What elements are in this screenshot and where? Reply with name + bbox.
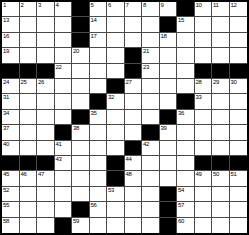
clue-number-46: 46 (21, 171, 27, 178)
clue-number-55: 55 (3, 202, 9, 209)
cell-r12c9[interactable] (142, 171, 160, 186)
cell-r12c4[interactable] (55, 171, 73, 186)
cell-r9c3[interactable] (37, 125, 55, 140)
cell-r1c3[interactable]: 3 (37, 2, 55, 17)
clue-number-39: 39 (161, 125, 167, 132)
cell-r4c3[interactable] (37, 48, 55, 63)
cell-r2c6[interactable]: 14 (90, 17, 108, 32)
cell-r15c11[interactable]: 60 (177, 218, 195, 233)
cell-r1c2[interactable]: 2 (20, 2, 38, 17)
cell-r12c2[interactable]: 46 (20, 171, 38, 186)
clue-number-22: 22 (56, 64, 62, 71)
black-cell-r2c10 (160, 17, 178, 32)
cell-r7c4[interactable] (55, 94, 73, 109)
cell-r4c14[interactable] (230, 48, 248, 63)
cell-r3c2[interactable] (20, 33, 38, 48)
cell-r13c9[interactable] (142, 187, 160, 202)
cell-r7c1[interactable]: 31 (2, 94, 20, 109)
cell-r6c12[interactable]: 28 (195, 79, 213, 94)
black-cell-r14c10 (160, 202, 178, 217)
cell-r9c11[interactable] (177, 125, 195, 140)
crossword-page: 1234567891011121314151617181920212223242… (0, 0, 249, 235)
cell-r2c14[interactable] (230, 17, 248, 32)
clue-number-36: 36 (178, 110, 184, 117)
cell-r11c5[interactable] (72, 156, 90, 171)
clue-number-43: 43 (56, 156, 62, 163)
clue-number-57: 57 (178, 202, 184, 209)
black-cell-r15c10 (160, 218, 178, 233)
cell-r7c12[interactable]: 33 (195, 94, 213, 109)
black-cell-r9c9 (142, 125, 160, 140)
cell-r8c14[interactable] (230, 110, 248, 125)
black-cell-r5c8 (125, 64, 143, 79)
cell-r1c12[interactable]: 10 (195, 2, 213, 17)
clue-number-9: 9 (161, 2, 164, 9)
clue-number-37: 37 (3, 125, 9, 132)
cell-r7c5[interactable] (72, 94, 90, 109)
clue-number-44: 44 (126, 156, 132, 163)
cell-r11c11[interactable] (177, 156, 195, 171)
clue-number-2: 2 (21, 2, 24, 9)
cell-r1c10[interactable]: 9 (160, 2, 178, 17)
black-cell-r14c5 (72, 202, 90, 217)
cell-r13c3[interactable] (37, 187, 55, 202)
cell-r4c12[interactable] (195, 48, 213, 63)
clue-number-25: 25 (21, 79, 27, 86)
cell-r10c7[interactable] (107, 141, 125, 156)
cell-r6c14[interactable]: 30 (230, 79, 248, 94)
cell-r1c7[interactable]: 6 (107, 2, 125, 17)
clue-number-38: 38 (73, 125, 79, 132)
black-cell-r5c3 (37, 64, 55, 79)
cell-r12c10[interactable] (160, 171, 178, 186)
clue-number-6: 6 (108, 2, 111, 9)
cell-r1c9[interactable]: 8 (142, 2, 160, 17)
clue-number-33: 33 (196, 94, 202, 101)
clue-number-16: 16 (3, 33, 9, 40)
clue-number-20: 20 (73, 48, 79, 55)
cell-r13c8[interactable] (125, 187, 143, 202)
clue-number-29: 29 (213, 79, 219, 86)
cell-r7c7[interactable]: 32 (107, 94, 125, 109)
clue-number-40: 40 (3, 141, 9, 148)
black-cell-r4c8 (125, 48, 143, 63)
black-cell-r11c3 (37, 156, 55, 171)
clue-number-17: 17 (91, 33, 97, 40)
clue-number-5: 5 (91, 2, 94, 9)
cell-r8c2[interactable] (20, 110, 38, 125)
black-cell-r5c2 (20, 64, 38, 79)
cell-r6c2[interactable]: 25 (20, 79, 38, 94)
cell-r1c14[interactable]: 12 (230, 2, 248, 17)
cell-r8c12[interactable] (195, 110, 213, 125)
cell-r11c9[interactable] (142, 156, 160, 171)
cell-r5c9[interactable]: 23 (142, 64, 160, 79)
cell-r10c2[interactable] (20, 141, 38, 156)
cell-r7c14[interactable] (230, 94, 248, 109)
cell-r4c4[interactable] (55, 48, 73, 63)
cell-r7c10[interactable] (160, 94, 178, 109)
cell-r4c2[interactable] (20, 48, 38, 63)
cell-r7c8[interactable] (125, 94, 143, 109)
black-cell-r12c7 (107, 171, 125, 186)
clue-number-52: 52 (3, 187, 9, 194)
cell-r13c7[interactable]: 53 (107, 187, 125, 202)
cell-r3c8[interactable] (125, 33, 143, 48)
cell-r5c4[interactable]: 22 (55, 64, 73, 79)
cell-r14c1[interactable]: 55 (2, 202, 20, 217)
cell-r9c1[interactable]: 37 (2, 125, 20, 140)
black-cell-r1c11 (177, 2, 195, 17)
black-cell-r5c14 (230, 64, 248, 79)
cell-r14c2[interactable] (20, 202, 38, 217)
cell-r7c3[interactable] (37, 94, 55, 109)
cell-r13c4[interactable] (55, 187, 73, 202)
cell-r4c1[interactable]: 19 (2, 48, 20, 63)
cell-r12c13[interactable]: 50 (212, 171, 230, 186)
cell-r3c1[interactable]: 16 (2, 33, 20, 48)
cell-r8c13[interactable] (212, 110, 230, 125)
black-cell-r2c5 (72, 17, 90, 32)
cell-r14c6[interactable]: 56 (90, 202, 108, 217)
clue-number-30: 30 (231, 79, 237, 86)
black-cell-r6c7 (107, 79, 125, 94)
cell-r14c8[interactable] (125, 202, 143, 217)
clue-number-58: 58 (3, 218, 9, 225)
clue-number-11: 11 (213, 2, 219, 9)
clue-number-45: 45 (3, 171, 9, 178)
cell-r13c11[interactable]: 54 (177, 187, 195, 202)
cell-r11c10[interactable] (160, 156, 178, 171)
clue-number-12: 12 (231, 2, 237, 9)
black-cell-r7c11 (177, 94, 195, 109)
black-cell-r11c7 (107, 156, 125, 171)
cell-r6c4[interactable] (55, 79, 73, 94)
clue-number-19: 19 (3, 48, 9, 55)
cell-r5c10[interactable] (160, 64, 178, 79)
cell-r15c2[interactable] (20, 218, 38, 233)
cell-r10c13[interactable] (212, 141, 230, 156)
cell-r10c1[interactable]: 40 (2, 141, 20, 156)
black-cell-r5c1 (2, 64, 20, 79)
cell-r6c9[interactable] (142, 79, 160, 94)
cell-r10c5[interactable] (72, 141, 90, 156)
cell-r15c5[interactable]: 59 (72, 218, 90, 233)
cell-r14c11[interactable]: 57 (177, 202, 195, 217)
cell-r15c6[interactable] (90, 218, 108, 233)
black-cell-r7c6 (90, 94, 108, 109)
cell-r2c13[interactable] (212, 17, 230, 32)
cell-r6c11[interactable] (177, 79, 195, 94)
cell-r15c12[interactable] (195, 218, 213, 233)
black-cell-r5c12 (195, 64, 213, 79)
clue-number-26: 26 (38, 79, 44, 86)
cell-r10c10[interactable] (160, 141, 178, 156)
cell-r10c6[interactable] (90, 141, 108, 156)
cell-r7c13[interactable] (212, 94, 230, 109)
clue-number-24: 24 (3, 79, 9, 86)
clue-number-13: 13 (3, 17, 9, 24)
black-cell-r5c13 (212, 64, 230, 79)
cell-r11c4[interactable]: 43 (55, 156, 73, 171)
cell-r6c13[interactable]: 29 (212, 79, 230, 94)
cell-r8c1[interactable]: 34 (2, 110, 20, 125)
black-cell-r11c12 (195, 156, 213, 171)
clue-number-54: 54 (178, 187, 184, 194)
black-cell-r8c10 (160, 110, 178, 125)
black-cell-r11c14 (230, 156, 248, 171)
clue-number-15: 15 (178, 17, 184, 24)
clue-number-56: 56 (91, 202, 97, 209)
cell-r4c5[interactable]: 20 (72, 48, 90, 63)
cell-r12c11[interactable] (177, 171, 195, 186)
cell-r12c1[interactable]: 45 (2, 171, 20, 186)
cell-r9c8[interactable] (125, 125, 143, 140)
cell-r3c11[interactable] (177, 33, 195, 48)
cell-r12c5[interactable] (72, 171, 90, 186)
cell-r11c8[interactable]: 44 (125, 156, 143, 171)
cell-r15c13[interactable] (212, 218, 230, 233)
cell-r6c5[interactable] (72, 79, 90, 94)
cell-r3c6[interactable]: 17 (90, 33, 108, 48)
cell-r8c8[interactable] (125, 110, 143, 125)
cell-r1c4[interactable]: 4 (55, 2, 73, 17)
cell-r8c11[interactable]: 36 (177, 110, 195, 125)
cell-r12c3[interactable]: 47 (37, 171, 55, 186)
cell-r4c11[interactable] (177, 48, 195, 63)
cell-r13c1[interactable]: 52 (2, 187, 20, 202)
black-cell-r11c2 (20, 156, 38, 171)
cell-r14c3[interactable] (37, 202, 55, 217)
cell-r15c7[interactable] (107, 218, 125, 233)
cell-r2c9[interactable] (142, 17, 160, 32)
cell-r13c13[interactable] (212, 187, 230, 202)
clue-number-47: 47 (38, 171, 44, 178)
cell-r11c6[interactable] (90, 156, 108, 171)
cell-r2c2[interactable] (20, 17, 38, 32)
cell-r4c13[interactable] (212, 48, 230, 63)
cell-r15c14[interactable] (230, 218, 248, 233)
clue-number-8: 8 (143, 2, 146, 9)
cell-r2c1[interactable]: 13 (2, 17, 20, 32)
cell-r2c8[interactable] (125, 17, 143, 32)
cell-r8c6[interactable]: 35 (90, 110, 108, 125)
cell-r7c2[interactable] (20, 94, 38, 109)
clue-number-3: 3 (38, 2, 41, 9)
black-cell-r13c10 (160, 187, 178, 202)
black-cell-r1c5 (72, 2, 90, 17)
cell-r14c9[interactable] (142, 202, 160, 217)
cell-r15c1[interactable]: 58 (2, 218, 20, 233)
cell-r1c6[interactable]: 5 (90, 2, 108, 17)
clue-number-51: 51 (231, 171, 237, 178)
cell-r12c6[interactable] (90, 171, 108, 186)
cell-r8c4[interactable] (55, 110, 73, 125)
cell-r6c6[interactable] (90, 79, 108, 94)
clue-number-41: 41 (56, 141, 62, 148)
cell-r12c12[interactable]: 49 (195, 171, 213, 186)
cell-r12c8[interactable]: 48 (125, 171, 143, 186)
clue-number-48: 48 (126, 171, 132, 178)
cell-r4c6[interactable] (90, 48, 108, 63)
cell-r9c10[interactable]: 39 (160, 125, 178, 140)
clue-number-42: 42 (143, 141, 149, 148)
clue-number-4: 4 (56, 2, 59, 9)
cell-r13c6[interactable] (90, 187, 108, 202)
cell-r5c5[interactable] (72, 64, 90, 79)
cell-r9c2[interactable] (20, 125, 38, 140)
clue-number-59: 59 (73, 218, 79, 225)
cell-r15c9[interactable] (142, 218, 160, 233)
cell-r9c14[interactable] (230, 125, 248, 140)
cell-r15c8[interactable] (125, 218, 143, 233)
black-cell-r11c1 (2, 156, 20, 171)
cell-r9c7[interactable] (107, 125, 125, 140)
cell-r6c10[interactable] (160, 79, 178, 94)
clue-number-14: 14 (91, 17, 97, 24)
cell-r10c3[interactable] (37, 141, 55, 156)
cell-r15c3[interactable] (37, 218, 55, 233)
clue-number-32: 32 (108, 94, 114, 101)
cell-r2c3[interactable] (37, 17, 55, 32)
cell-r13c14[interactable] (230, 187, 248, 202)
clue-number-50: 50 (213, 171, 219, 178)
clue-number-49: 49 (196, 171, 202, 178)
cell-r5c6[interactable] (90, 64, 108, 79)
cell-r2c12[interactable] (195, 17, 213, 32)
cell-r14c13[interactable] (212, 202, 230, 217)
cell-r12c14[interactable]: 51 (230, 171, 248, 186)
cell-r1c1[interactable]: 1 (2, 2, 20, 17)
cell-r14c14[interactable] (230, 202, 248, 217)
clue-number-27: 27 (126, 79, 132, 86)
clue-number-18: 18 (161, 33, 167, 40)
cell-r10c4[interactable]: 41 (55, 141, 73, 156)
clue-number-53: 53 (108, 187, 114, 194)
cell-r4c9[interactable]: 21 (142, 48, 160, 63)
black-cell-r11c13 (212, 156, 230, 171)
cell-r5c11[interactable] (177, 64, 195, 79)
cell-r8c7[interactable] (107, 110, 125, 125)
cell-r2c4[interactable] (55, 17, 73, 32)
black-cell-r15c4 (55, 218, 73, 233)
cell-r9c5[interactable]: 38 (72, 125, 90, 140)
cell-r4c10[interactable] (160, 48, 178, 63)
cell-r3c9[interactable] (142, 33, 160, 48)
cell-r10c11[interactable] (177, 141, 195, 156)
cell-r3c12[interactable] (195, 33, 213, 48)
cell-r13c12[interactable] (195, 187, 213, 202)
cell-r6c1[interactable]: 24 (2, 79, 20, 94)
clue-number-35: 35 (91, 110, 97, 117)
black-cell-r8c5 (72, 110, 90, 125)
black-cell-r10c8 (125, 141, 143, 156)
cell-r10c14[interactable] (230, 141, 248, 156)
cell-r14c7[interactable] (107, 202, 125, 217)
cell-r3c3[interactable] (37, 33, 55, 48)
crossword-grid: 1234567891011121314151617181920212223242… (0, 0, 249, 235)
cell-r3c4[interactable] (55, 33, 73, 48)
cell-r9c12[interactable] (195, 125, 213, 140)
cell-r3c14[interactable] (230, 33, 248, 48)
cell-r6c3[interactable]: 26 (37, 79, 55, 94)
cell-r3c7[interactable] (107, 33, 125, 48)
clue-number-60: 60 (178, 218, 184, 225)
cell-r9c6[interactable] (90, 125, 108, 140)
clue-number-10: 10 (196, 2, 202, 9)
cell-r10c9[interactable]: 42 (142, 141, 160, 156)
cell-r3c10[interactable]: 18 (160, 33, 178, 48)
clue-number-21: 21 (143, 48, 149, 55)
cell-r7c9[interactable] (142, 94, 160, 109)
cell-r4c7[interactable] (107, 48, 125, 63)
cell-r13c5[interactable] (72, 187, 90, 202)
clue-number-34: 34 (3, 110, 9, 117)
cell-r5c7[interactable] (107, 64, 125, 79)
clue-number-31: 31 (3, 94, 9, 101)
cell-r14c4[interactable] (55, 202, 73, 217)
black-cell-r3c5 (72, 33, 90, 48)
cell-r14c12[interactable] (195, 202, 213, 217)
cell-r1c8[interactable]: 7 (125, 2, 143, 17)
cell-r8c9[interactable] (142, 110, 160, 125)
clue-number-1: 1 (3, 2, 6, 9)
cell-r13c2[interactable] (20, 187, 38, 202)
cell-r8c3[interactable] (37, 110, 55, 125)
cell-r6c8[interactable]: 27 (125, 79, 143, 94)
clue-number-23: 23 (143, 64, 149, 71)
clue-number-7: 7 (126, 2, 129, 9)
black-cell-r9c4 (55, 125, 73, 140)
cell-r2c7[interactable] (107, 17, 125, 32)
cell-r3c13[interactable] (212, 33, 230, 48)
cell-r1c13[interactable]: 11 (212, 2, 230, 17)
cell-r9c13[interactable] (212, 125, 230, 140)
cell-r2c11[interactable]: 15 (177, 17, 195, 32)
cell-r10c12[interactable] (195, 141, 213, 156)
clue-number-28: 28 (196, 79, 202, 86)
